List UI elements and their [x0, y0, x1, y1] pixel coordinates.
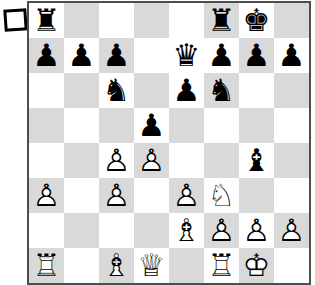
square-b4[interactable]: [64, 143, 99, 178]
square-e4[interactable]: [169, 143, 204, 178]
square-b8[interactable]: [64, 3, 99, 38]
square-f8[interactable]: ♜: [204, 3, 239, 38]
square-g2[interactable]: ♟♙: [239, 213, 274, 248]
white-rook-a1[interactable]: ♜♖: [29, 248, 64, 283]
piece-glyph: ♙: [29, 178, 64, 213]
white-pawn-f2[interactable]: ♟♙: [204, 213, 239, 248]
black-pawn-e6[interactable]: ♟: [169, 73, 204, 108]
piece-glyph: ♔: [239, 248, 274, 283]
piece-glyph: ♟: [29, 38, 64, 73]
piece-glyph: ♙: [99, 143, 134, 178]
white-pawn-a3[interactable]: ♟♙: [29, 178, 64, 213]
square-b7[interactable]: ♟: [64, 38, 99, 73]
white-pawn-g2[interactable]: ♟♙: [239, 213, 274, 248]
white-pawn-e3[interactable]: ♟♙: [169, 178, 204, 213]
square-a4[interactable]: [29, 143, 64, 178]
square-h4[interactable]: [274, 143, 309, 178]
square-d7[interactable]: [134, 38, 169, 73]
square-a8[interactable]: ♜: [29, 3, 64, 38]
square-h6[interactable]: [274, 73, 309, 108]
square-f4[interactable]: [204, 143, 239, 178]
square-c2[interactable]: [99, 213, 134, 248]
white-queen-d1[interactable]: ♛♕: [134, 248, 169, 283]
piece-glyph: ♙: [134, 143, 169, 178]
black-pawn-b7[interactable]: ♟: [64, 38, 99, 73]
piece-glyph: ♟: [239, 38, 274, 73]
chess-diagram: ♜♜♚♟♟♟♛♟♟♟♞♟♞♟♟♙♟♙♝♟♙♟♙♟♙♞♘♝♗♟♙♟♙♟♙♜♖♝♗♛…: [0, 0, 315, 285]
square-h8[interactable]: [274, 3, 309, 38]
black-queen-e7[interactable]: ♛: [169, 38, 204, 73]
piece-glyph: ♟: [204, 38, 239, 73]
piece-glyph: ♚: [239, 3, 274, 38]
white-rook-f1[interactable]: ♜♖: [204, 248, 239, 283]
square-g7[interactable]: ♟: [239, 38, 274, 73]
piece-glyph: ♙: [169, 178, 204, 213]
white-bishop-e2[interactable]: ♝♗: [169, 213, 204, 248]
black-pawn-c7[interactable]: ♟: [99, 38, 134, 73]
square-e8[interactable]: [169, 3, 204, 38]
square-h2[interactable]: ♟♙: [274, 213, 309, 248]
square-f3[interactable]: ♞♘: [204, 178, 239, 213]
black-rook-a8[interactable]: ♜: [29, 3, 64, 38]
square-d1[interactable]: ♛♕: [134, 248, 169, 283]
chess-board: ♜♜♚♟♟♟♛♟♟♟♞♟♞♟♟♙♟♙♝♟♙♟♙♟♙♞♘♝♗♟♙♟♙♟♙♜♖♝♗♛…: [27, 1, 311, 285]
white-pawn-d4[interactable]: ♟♙: [134, 143, 169, 178]
square-h5[interactable]: [274, 108, 309, 143]
square-g4[interactable]: ♝: [239, 143, 274, 178]
white-pawn-c4[interactable]: ♟♙: [99, 143, 134, 178]
piece-glyph: ♟: [64, 38, 99, 73]
piece-glyph: ♝: [239, 143, 274, 178]
square-f6[interactable]: ♞: [204, 73, 239, 108]
black-knight-c6[interactable]: ♞: [99, 73, 134, 108]
square-a5[interactable]: [29, 108, 64, 143]
square-b6[interactable]: [64, 73, 99, 108]
square-g5[interactable]: [239, 108, 274, 143]
square-h3[interactable]: [274, 178, 309, 213]
square-h7[interactable]: ♟: [274, 38, 309, 73]
square-a7[interactable]: ♟: [29, 38, 64, 73]
black-pawn-a7[interactable]: ♟: [29, 38, 64, 73]
square-e2[interactable]: ♝♗: [169, 213, 204, 248]
square-d2[interactable]: [134, 213, 169, 248]
square-d4[interactable]: ♟♙: [134, 143, 169, 178]
black-knight-f6[interactable]: ♞: [204, 73, 239, 108]
white-knight-f3[interactable]: ♞♘: [204, 178, 239, 213]
square-d5[interactable]: ♟: [134, 108, 169, 143]
black-rook-f8[interactable]: ♜: [204, 3, 239, 38]
square-b1[interactable]: [64, 248, 99, 283]
square-g6[interactable]: [239, 73, 274, 108]
piece-glyph: ♖: [204, 248, 239, 283]
piece-glyph: ♜: [29, 3, 64, 38]
square-f7[interactable]: ♟: [204, 38, 239, 73]
square-e6[interactable]: ♟: [169, 73, 204, 108]
square-h1[interactable]: [274, 248, 309, 283]
piece-glyph: ♖: [29, 248, 64, 283]
black-bishop-g4[interactable]: ♝: [239, 143, 274, 178]
piece-glyph: ♟: [169, 73, 204, 108]
piece-glyph: ♛: [169, 38, 204, 73]
piece-glyph: ♙: [99, 178, 134, 213]
white-bishop-c1[interactable]: ♝♗: [99, 248, 134, 283]
square-e5[interactable]: [169, 108, 204, 143]
square-c6[interactable]: ♞: [99, 73, 134, 108]
piece-glyph: ♙: [274, 213, 309, 248]
square-g3[interactable]: [239, 178, 274, 213]
square-e1[interactable]: [169, 248, 204, 283]
black-pawn-d5[interactable]: ♟: [134, 108, 169, 143]
square-a3[interactable]: ♟♙: [29, 178, 64, 213]
square-c1[interactable]: ♝♗: [99, 248, 134, 283]
square-g8[interactable]: ♚: [239, 3, 274, 38]
square-d6[interactable]: [134, 73, 169, 108]
piece-glyph: ♗: [169, 213, 204, 248]
black-pawn-h7[interactable]: ♟: [274, 38, 309, 73]
piece-glyph: ♗: [99, 248, 134, 283]
square-c7[interactable]: ♟: [99, 38, 134, 73]
square-e3[interactable]: ♟♙: [169, 178, 204, 213]
square-f1[interactable]: ♜♖: [204, 248, 239, 283]
white-to-move-indicator: [3, 8, 27, 32]
piece-glyph: ♟: [274, 38, 309, 73]
square-c5[interactable]: [99, 108, 134, 143]
square-c8[interactable]: [99, 3, 134, 38]
square-c3[interactable]: ♟♙: [99, 178, 134, 213]
square-f5[interactable]: [204, 108, 239, 143]
white-king-g1[interactable]: ♚♔: [239, 248, 274, 283]
square-a2[interactable]: [29, 213, 64, 248]
piece-glyph: ♞: [99, 73, 134, 108]
piece-glyph: ♜: [204, 3, 239, 38]
piece-glyph: ♕: [134, 248, 169, 283]
piece-glyph: ♘: [204, 178, 239, 213]
white-pawn-c3[interactable]: ♟♙: [99, 178, 134, 213]
square-c4[interactable]: ♟♙: [99, 143, 134, 178]
black-king-g8[interactable]: ♚: [239, 3, 274, 38]
square-a6[interactable]: [29, 73, 64, 108]
piece-glyph: ♙: [239, 213, 274, 248]
square-e7[interactable]: ♛: [169, 38, 204, 73]
square-b2[interactable]: [64, 213, 99, 248]
piece-glyph: ♞: [204, 73, 239, 108]
square-f2[interactable]: ♟♙: [204, 213, 239, 248]
piece-glyph: ♟: [99, 38, 134, 73]
square-b3[interactable]: [64, 178, 99, 213]
piece-glyph: ♙: [204, 213, 239, 248]
square-d3[interactable]: [134, 178, 169, 213]
black-pawn-f7[interactable]: ♟: [204, 38, 239, 73]
white-pawn-h2[interactable]: ♟♙: [274, 213, 309, 248]
black-pawn-g7[interactable]: ♟: [239, 38, 274, 73]
square-b5[interactable]: [64, 108, 99, 143]
square-g1[interactable]: ♚♔: [239, 248, 274, 283]
square-d8[interactable]: [134, 3, 169, 38]
square-a1[interactable]: ♜♖: [29, 248, 64, 283]
piece-glyph: ♟: [134, 108, 169, 143]
